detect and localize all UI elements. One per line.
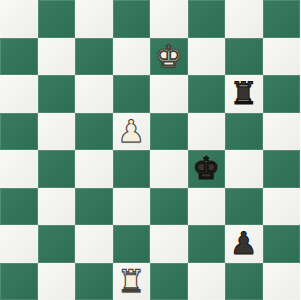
square-h8[interactable]	[263, 0, 301, 38]
square-f2[interactable]	[188, 225, 226, 263]
square-f1[interactable]	[188, 263, 226, 300]
square-a5[interactable]	[0, 113, 38, 151]
square-e3[interactable]	[150, 188, 188, 226]
square-c1[interactable]	[75, 263, 113, 300]
square-b6[interactable]	[38, 75, 76, 113]
square-g8[interactable]	[225, 0, 263, 38]
square-a2[interactable]	[0, 225, 38, 263]
square-d7[interactable]	[113, 38, 151, 76]
square-h3[interactable]	[263, 188, 301, 226]
square-d4[interactable]	[113, 150, 151, 188]
square-f7[interactable]	[188, 38, 226, 76]
square-e4[interactable]	[150, 150, 188, 188]
square-g4[interactable]	[225, 150, 263, 188]
square-b4[interactable]	[38, 150, 76, 188]
square-e5[interactable]	[150, 113, 188, 151]
square-b8[interactable]	[38, 0, 76, 38]
square-g6[interactable]: ♜	[225, 75, 263, 113]
square-d8[interactable]	[113, 0, 151, 38]
square-a6[interactable]	[0, 75, 38, 113]
square-e8[interactable]	[150, 0, 188, 38]
square-h1[interactable]	[263, 263, 301, 300]
square-c8[interactable]	[75, 0, 113, 38]
square-h6[interactable]	[263, 75, 301, 113]
square-a4[interactable]	[0, 150, 38, 188]
square-f5[interactable]	[188, 113, 226, 151]
square-h7[interactable]	[263, 38, 301, 76]
square-g3[interactable]	[225, 188, 263, 226]
square-c7[interactable]	[75, 38, 113, 76]
square-c4[interactable]	[75, 150, 113, 188]
square-f8[interactable]	[188, 0, 226, 38]
square-g1[interactable]	[225, 263, 263, 300]
square-c2[interactable]	[75, 225, 113, 263]
square-e1[interactable]	[150, 263, 188, 300]
square-f3[interactable]	[188, 188, 226, 226]
square-d2[interactable]	[113, 225, 151, 263]
square-d1[interactable]: ♜	[113, 263, 151, 300]
square-c3[interactable]	[75, 188, 113, 226]
square-g2[interactable]: ♟	[225, 225, 263, 263]
square-e2[interactable]	[150, 225, 188, 263]
square-g5[interactable]	[225, 113, 263, 151]
white-rook[interactable]: ♜	[117, 266, 145, 297]
square-e7[interactable]: ♚	[150, 38, 188, 76]
square-b1[interactable]	[38, 263, 76, 300]
square-f6[interactable]	[188, 75, 226, 113]
square-d3[interactable]	[113, 188, 151, 226]
square-d5[interactable]: ♟	[113, 113, 151, 151]
square-a3[interactable]	[0, 188, 38, 226]
square-a1[interactable]	[0, 263, 38, 300]
square-b3[interactable]	[38, 188, 76, 226]
square-b5[interactable]	[38, 113, 76, 151]
square-h5[interactable]	[263, 113, 301, 151]
white-king[interactable]: ♚	[155, 41, 183, 72]
square-e6[interactable]	[150, 75, 188, 113]
square-h2[interactable]	[263, 225, 301, 263]
white-pawn[interactable]: ♟	[117, 116, 145, 147]
chess-board: ♚♜♟♚♟♜	[0, 0, 300, 300]
square-d6[interactable]	[113, 75, 151, 113]
square-g7[interactable]	[225, 38, 263, 76]
black-rook[interactable]: ♜	[230, 78, 258, 109]
square-c5[interactable]	[75, 113, 113, 151]
square-c6[interactable]	[75, 75, 113, 113]
black-pawn[interactable]: ♟	[230, 228, 258, 259]
square-a8[interactable]	[0, 0, 38, 38]
black-king[interactable]: ♚	[192, 153, 220, 184]
square-b2[interactable]	[38, 225, 76, 263]
square-a7[interactable]	[0, 38, 38, 76]
square-b7[interactable]	[38, 38, 76, 76]
square-h4[interactable]	[263, 150, 301, 188]
square-f4[interactable]: ♚	[188, 150, 226, 188]
